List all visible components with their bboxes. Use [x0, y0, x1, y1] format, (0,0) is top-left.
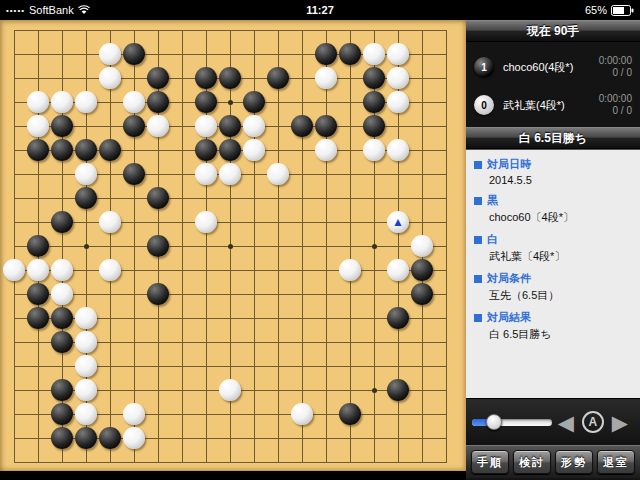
move-slider[interactable] — [472, 419, 552, 426]
black-stone — [147, 187, 169, 209]
bullet-icon — [474, 161, 482, 169]
white-stone — [3, 259, 25, 281]
action-button-bar: 手順 検討 形勢 退室 — [466, 445, 640, 478]
black-stone — [219, 139, 241, 161]
white-stone — [315, 67, 337, 89]
black-stone — [147, 67, 169, 89]
game-info-panel: 対局日時 2014.5.5 黒 choco60〔4段*〕 白 武礼葉〔4段*〕 … — [466, 149, 640, 398]
leave-room-button[interactable]: 退室 — [597, 450, 635, 474]
black-stone — [27, 139, 49, 161]
review-button[interactable]: 検討 — [513, 450, 551, 474]
white-player-time: 0:00:00 0 / 0 — [599, 93, 632, 117]
black-stone — [243, 91, 265, 113]
white-stone — [339, 259, 361, 281]
black-player-name: choco60(4段*) — [494, 60, 599, 75]
side-panel: 現在 90手 1 choco60(4段*) 0:00:00 0 / 0 0 武礼… — [466, 20, 640, 480]
black-stone — [147, 235, 169, 257]
black-stone — [99, 427, 121, 449]
black-stone — [123, 43, 145, 65]
playback-controls: ◀ A ▶ — [466, 398, 640, 445]
black-stone — [99, 139, 121, 161]
clock: 11:27 — [0, 4, 640, 16]
white-captures-badge: 0 — [474, 95, 494, 115]
info-row-black: 黒 choco60〔4段*〕 — [474, 193, 632, 228]
black-stone — [51, 403, 73, 425]
black-stone — [51, 427, 73, 449]
bullet-icon — [474, 275, 482, 283]
auto-play-button[interactable]: A — [582, 411, 604, 433]
black-stone — [363, 91, 385, 113]
black-stone — [51, 211, 73, 233]
black-stone — [27, 235, 49, 257]
white-stone — [411, 235, 433, 257]
white-stone — [291, 403, 313, 425]
player-list: 1 choco60(4段*) 0:00:00 0 / 0 0 武礼葉(4段*) … — [466, 42, 640, 127]
black-stone — [75, 427, 97, 449]
score-estimate-button[interactable]: 形勢 — [555, 450, 593, 474]
black-stone — [51, 139, 73, 161]
black-stone — [51, 115, 73, 137]
white-stone — [99, 259, 121, 281]
white-stone — [123, 403, 145, 425]
white-stone — [27, 259, 49, 281]
white-player-name: 武礼葉(4段*) — [494, 98, 599, 113]
white-stone — [51, 91, 73, 113]
battery-icon — [611, 5, 634, 16]
white-stone — [123, 427, 145, 449]
white-stone — [195, 115, 217, 137]
next-move-button[interactable]: ▶ — [606, 412, 634, 433]
bullet-icon — [474, 197, 482, 205]
black-stone — [147, 91, 169, 113]
result-header: 白 6.5目勝ち — [466, 127, 640, 149]
white-stone — [99, 211, 121, 233]
star-point — [84, 244, 89, 249]
go-board[interactable]: ▲ — [0, 20, 466, 471]
info-row-result: 対局結果 白 6.5目勝ち — [474, 310, 632, 345]
black-stone — [27, 307, 49, 329]
black-stone — [291, 115, 313, 137]
white-stone — [75, 331, 97, 353]
black-stone — [195, 67, 217, 89]
info-row-conditions: 対局条件 互先（6.5目） — [474, 271, 632, 306]
white-stone — [27, 91, 49, 113]
black-stone — [267, 67, 289, 89]
white-stone — [75, 379, 97, 401]
black-stone — [51, 331, 73, 353]
move-counter-header: 現在 90手 — [466, 20, 640, 42]
white-stone — [387, 259, 409, 281]
black-stone — [315, 115, 337, 137]
white-stone — [51, 283, 73, 305]
black-stone — [387, 379, 409, 401]
white-stone — [219, 163, 241, 185]
move-slider-thumb[interactable] — [486, 414, 502, 430]
white-stone — [195, 163, 217, 185]
status-bar: ••••• SoftBank 11:27 65% — [0, 0, 640, 20]
black-stone — [51, 379, 73, 401]
white-stone — [99, 67, 121, 89]
white-stone — [315, 139, 337, 161]
white-stone — [387, 139, 409, 161]
black-stone — [123, 115, 145, 137]
black-stone — [195, 139, 217, 161]
white-stone — [363, 43, 385, 65]
black-stone — [219, 67, 241, 89]
star-point — [372, 244, 377, 249]
black-stone — [339, 43, 361, 65]
white-stone — [363, 139, 385, 161]
white-stone — [27, 115, 49, 137]
black-stone — [411, 259, 433, 281]
star-point — [372, 388, 377, 393]
white-stone — [75, 403, 97, 425]
white-stone — [99, 43, 121, 65]
black-stone — [147, 283, 169, 305]
black-stone — [123, 163, 145, 185]
star-point — [228, 100, 233, 105]
prev-move-button[interactable]: ◀ — [552, 412, 580, 433]
white-stone — [123, 91, 145, 113]
info-row-date: 対局日時 2014.5.5 — [474, 157, 632, 189]
bullet-icon — [474, 236, 482, 244]
white-stone — [75, 355, 97, 377]
info-row-white: 白 武礼葉〔4段*〕 — [474, 232, 632, 267]
white-stone — [219, 379, 241, 401]
white-stone: ▲ — [387, 211, 409, 233]
black-stone — [75, 139, 97, 161]
black-stone — [411, 283, 433, 305]
black-stone — [363, 115, 385, 137]
last-move-marker: ▲ — [392, 216, 404, 228]
player-row-black: 1 choco60(4段*) 0:00:00 0 / 0 — [474, 48, 632, 86]
white-stone — [51, 259, 73, 281]
star-point — [228, 244, 233, 249]
battery-percent-label: 65% — [585, 4, 607, 16]
black-player-time: 0:00:00 0 / 0 — [599, 55, 632, 79]
black-stone — [195, 91, 217, 113]
bullet-icon — [474, 314, 482, 322]
white-stone — [75, 91, 97, 113]
black-stone — [387, 307, 409, 329]
black-stone — [75, 187, 97, 209]
white-stone — [195, 211, 217, 233]
player-row-white: 0 武礼葉(4段*) 0:00:00 0 / 0 — [474, 86, 632, 124]
white-stone — [387, 67, 409, 89]
black-stone — [339, 403, 361, 425]
black-captures-badge: 1 — [474, 57, 494, 77]
black-stone — [315, 43, 337, 65]
white-stone — [267, 163, 289, 185]
white-stone — [75, 307, 97, 329]
white-stone — [387, 43, 409, 65]
white-stone — [243, 115, 265, 137]
black-stone — [363, 67, 385, 89]
white-stone — [243, 139, 265, 161]
white-stone — [75, 163, 97, 185]
black-stone — [27, 283, 49, 305]
moves-button[interactable]: 手順 — [471, 450, 509, 474]
white-stone — [387, 91, 409, 113]
black-stone — [219, 115, 241, 137]
black-stone — [51, 307, 73, 329]
white-stone — [147, 115, 169, 137]
